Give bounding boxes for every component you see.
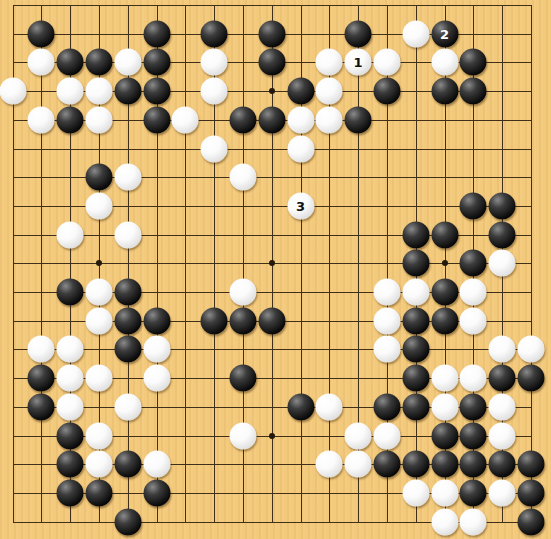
- black-stone: [114, 336, 141, 363]
- white-stone: [489, 250, 516, 277]
- white-stone: [316, 49, 343, 76]
- black-stone: [489, 192, 516, 219]
- white-stone: [287, 106, 314, 133]
- black-stone: [287, 78, 314, 105]
- white-stone: [431, 508, 458, 535]
- black-stone: [431, 422, 458, 449]
- black-stone: [460, 393, 487, 420]
- black-stone: [143, 78, 170, 105]
- black-stone: [201, 20, 228, 47]
- white-stone: [201, 49, 228, 76]
- black-stone: [28, 20, 55, 47]
- white-stone: [373, 279, 400, 306]
- white-stone: [460, 508, 487, 535]
- move-number-label: 1: [354, 56, 363, 69]
- black-stone: [517, 508, 544, 535]
- black-stone: [258, 307, 285, 334]
- white-stone: [229, 279, 256, 306]
- black-stone: [258, 49, 285, 76]
- white-stone: [373, 422, 400, 449]
- black-stone: [114, 78, 141, 105]
- black-stone: [143, 307, 170, 334]
- white-stone: [143, 336, 170, 363]
- white-stone: [28, 106, 55, 133]
- black-stone: [57, 106, 84, 133]
- black-stone: [57, 451, 84, 478]
- black-stone: [431, 451, 458, 478]
- white-stone: [85, 365, 112, 392]
- black-stone: [460, 192, 487, 219]
- black-stone: [57, 422, 84, 449]
- black-stone: [229, 106, 256, 133]
- black-stone: [258, 106, 285, 133]
- white-stone: [489, 479, 516, 506]
- black-stone: [517, 365, 544, 392]
- white-stone: [143, 451, 170, 478]
- black-stone: [114, 451, 141, 478]
- black-stone: [85, 164, 112, 191]
- black-stone: [28, 393, 55, 420]
- black-stone: [143, 49, 170, 76]
- black-stone: [345, 20, 372, 47]
- black-stone: [143, 106, 170, 133]
- white-stone: [57, 393, 84, 420]
- black-stone: [143, 479, 170, 506]
- board-grid-line: [13, 149, 532, 150]
- white-stone: 3: [287, 192, 314, 219]
- black-stone: [402, 250, 429, 277]
- black-stone: [431, 78, 458, 105]
- white-stone: [143, 365, 170, 392]
- white-stone: [316, 78, 343, 105]
- black-stone: [57, 279, 84, 306]
- black-stone: [57, 479, 84, 506]
- star-point: [96, 260, 102, 266]
- black-stone: [489, 365, 516, 392]
- white-stone: [114, 393, 141, 420]
- black-stone: [431, 279, 458, 306]
- white-stone: [229, 164, 256, 191]
- white-stone: [57, 336, 84, 363]
- white-stone: [114, 49, 141, 76]
- star-point: [269, 88, 275, 94]
- star-point: [442, 260, 448, 266]
- black-stone: [460, 250, 487, 277]
- black-stone: [28, 365, 55, 392]
- white-stone: [85, 106, 112, 133]
- white-stone: [489, 393, 516, 420]
- white-stone: [373, 336, 400, 363]
- black-stone: [258, 20, 285, 47]
- white-stone: [316, 393, 343, 420]
- white-stone: [431, 479, 458, 506]
- white-stone: [489, 422, 516, 449]
- white-stone: [201, 135, 228, 162]
- black-stone: [201, 307, 228, 334]
- white-stone: [402, 279, 429, 306]
- white-stone: [373, 49, 400, 76]
- white-stone: [287, 135, 314, 162]
- white-stone: [114, 221, 141, 248]
- board-grid-line: [13, 349, 532, 350]
- white-stone: [402, 20, 429, 47]
- black-stone: [402, 365, 429, 392]
- black-stone: [517, 479, 544, 506]
- black-stone: [460, 422, 487, 449]
- black-stone: [402, 393, 429, 420]
- white-stone: [57, 365, 84, 392]
- white-stone: [373, 307, 400, 334]
- black-stone: [229, 365, 256, 392]
- black-stone: [460, 78, 487, 105]
- white-stone: [85, 422, 112, 449]
- white-stone: [460, 307, 487, 334]
- black-stone: 2: [431, 20, 458, 47]
- move-number-label: 2: [440, 27, 449, 40]
- black-stone: [402, 336, 429, 363]
- star-point: [269, 260, 275, 266]
- white-stone: [114, 164, 141, 191]
- black-stone: [460, 49, 487, 76]
- white-stone: [85, 451, 112, 478]
- white-stone: [172, 106, 199, 133]
- white-stone: [28, 336, 55, 363]
- black-stone: [143, 20, 170, 47]
- black-stone: [114, 279, 141, 306]
- white-stone: [316, 106, 343, 133]
- white-stone: [316, 451, 343, 478]
- black-stone: [287, 393, 314, 420]
- white-stone: [345, 422, 372, 449]
- white-stone: [229, 422, 256, 449]
- black-stone: [345, 106, 372, 133]
- black-stone: [373, 78, 400, 105]
- white-stone: [201, 78, 228, 105]
- white-stone: [85, 192, 112, 219]
- board-grid-line: [13, 5, 532, 6]
- white-stone: [57, 221, 84, 248]
- black-stone: [402, 451, 429, 478]
- black-stone: [431, 307, 458, 334]
- white-stone: [28, 49, 55, 76]
- black-stone: [114, 508, 141, 535]
- white-stone: [517, 336, 544, 363]
- white-stone: [489, 336, 516, 363]
- white-stone: [85, 78, 112, 105]
- go-board[interactable]: 213: [0, 0, 551, 539]
- white-stone: [431, 49, 458, 76]
- black-stone: [431, 221, 458, 248]
- white-stone: [460, 365, 487, 392]
- black-stone: [57, 49, 84, 76]
- white-stone: [460, 279, 487, 306]
- black-stone: [517, 451, 544, 478]
- star-point: [269, 433, 275, 439]
- black-stone: [85, 49, 112, 76]
- white-stone: 1: [345, 49, 372, 76]
- black-stone: [114, 307, 141, 334]
- black-stone: [85, 479, 112, 506]
- black-stone: [460, 479, 487, 506]
- black-stone: [402, 221, 429, 248]
- white-stone: [85, 307, 112, 334]
- black-stone: [489, 221, 516, 248]
- black-stone: [460, 451, 487, 478]
- white-stone: [85, 279, 112, 306]
- black-stone: [373, 393, 400, 420]
- white-stone: [57, 78, 84, 105]
- black-stone: [229, 307, 256, 334]
- white-stone: [431, 393, 458, 420]
- white-stone: [431, 365, 458, 392]
- move-number-label: 3: [296, 199, 305, 212]
- white-stone: [0, 78, 26, 105]
- white-stone: [345, 451, 372, 478]
- white-stone: [402, 479, 429, 506]
- black-stone: [489, 451, 516, 478]
- black-stone: [402, 307, 429, 334]
- black-stone: [373, 451, 400, 478]
